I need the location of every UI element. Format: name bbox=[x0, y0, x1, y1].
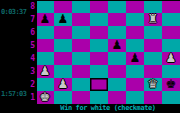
white-queen: ♛ bbox=[148, 78, 159, 91]
square-c5[interactable] bbox=[72, 39, 90, 52]
square-e8[interactable] bbox=[108, 0, 126, 13]
square-d3[interactable] bbox=[90, 65, 108, 78]
square-d1[interactable] bbox=[90, 91, 108, 104]
square-c7[interactable] bbox=[72, 13, 90, 26]
square-c1[interactable] bbox=[72, 91, 90, 104]
black-pawn: ♟ bbox=[58, 13, 69, 26]
square-h2[interactable]: ♚ bbox=[162, 78, 180, 91]
white-pawn: ♟ bbox=[166, 52, 177, 65]
square-h3[interactable] bbox=[162, 65, 180, 78]
square-f8[interactable] bbox=[126, 0, 144, 13]
rank-label-6: 6 bbox=[24, 26, 35, 39]
rank-label-column: 87654321 bbox=[24, 0, 35, 104]
square-h6[interactable] bbox=[162, 26, 180, 39]
square-b3[interactable] bbox=[54, 65, 72, 78]
square-g6[interactable] bbox=[144, 26, 162, 39]
square-a8[interactable] bbox=[36, 0, 54, 13]
black-pawn: ♟ bbox=[40, 13, 51, 26]
square-d7[interactable] bbox=[90, 13, 108, 26]
chess-app-window: 0:03:37 87654321 ♟♟♜♟♟♟♟♟♛♚♚ 1:57:03 Win… bbox=[0, 0, 180, 113]
square-d5[interactable] bbox=[90, 39, 108, 52]
square-d2[interactable] bbox=[90, 78, 108, 91]
rank-label-7: 7 bbox=[24, 13, 35, 26]
black-clock: 0:03:37 bbox=[1, 9, 26, 16]
square-c3[interactable] bbox=[72, 65, 90, 78]
chess-board: ♟♟♜♟♟♟♟♟♛♚♚ bbox=[36, 0, 180, 104]
square-e2[interactable] bbox=[108, 78, 126, 91]
square-b4[interactable] bbox=[54, 52, 72, 65]
rank-label-5: 5 bbox=[24, 39, 35, 52]
square-a3[interactable]: ♟ bbox=[36, 65, 54, 78]
square-d4[interactable] bbox=[90, 52, 108, 65]
square-b1[interactable] bbox=[54, 91, 72, 104]
black-pawn: ♟ bbox=[112, 39, 123, 52]
square-g8[interactable] bbox=[144, 0, 162, 13]
square-f7[interactable] bbox=[126, 13, 144, 26]
square-c2[interactable] bbox=[72, 78, 90, 91]
square-g4[interactable] bbox=[144, 52, 162, 65]
square-e4[interactable] bbox=[108, 52, 126, 65]
square-a2[interactable] bbox=[36, 78, 54, 91]
square-h5[interactable] bbox=[162, 39, 180, 52]
square-b5[interactable] bbox=[54, 39, 72, 52]
square-h7[interactable] bbox=[162, 13, 180, 26]
black-king: ♚ bbox=[166, 78, 177, 91]
square-e3[interactable] bbox=[108, 65, 126, 78]
square-g5[interactable] bbox=[144, 39, 162, 52]
white-pawn: ♟ bbox=[58, 78, 69, 91]
square-g3[interactable] bbox=[144, 65, 162, 78]
square-c8[interactable] bbox=[72, 0, 90, 13]
square-b2[interactable]: ♟ bbox=[54, 78, 72, 91]
status-message: Win for white (checkmate) bbox=[36, 104, 180, 113]
square-g1[interactable] bbox=[144, 91, 162, 104]
square-d8[interactable] bbox=[90, 0, 108, 13]
square-a5[interactable] bbox=[36, 39, 54, 52]
white-pawn: ♟ bbox=[40, 65, 51, 78]
white-clock: 1:57:03 bbox=[1, 91, 26, 98]
square-f2[interactable] bbox=[126, 78, 144, 91]
square-a7[interactable]: ♟ bbox=[36, 13, 54, 26]
square-c4[interactable] bbox=[72, 52, 90, 65]
square-d6[interactable] bbox=[90, 26, 108, 39]
square-b7[interactable]: ♟ bbox=[54, 13, 72, 26]
white-rook: ♜ bbox=[148, 13, 159, 26]
square-f4[interactable]: ♟ bbox=[126, 52, 144, 65]
rank-label-4: 4 bbox=[24, 52, 35, 65]
square-g7[interactable]: ♜ bbox=[144, 13, 162, 26]
square-h8[interactable] bbox=[162, 0, 180, 13]
square-c6[interactable] bbox=[72, 26, 90, 39]
square-a6[interactable] bbox=[36, 26, 54, 39]
rank-label-3: 3 bbox=[24, 65, 35, 78]
square-e6[interactable] bbox=[108, 26, 126, 39]
square-g2[interactable]: ♛ bbox=[144, 78, 162, 91]
square-e1[interactable] bbox=[108, 91, 126, 104]
square-a4[interactable] bbox=[36, 52, 54, 65]
square-b8[interactable] bbox=[54, 0, 72, 13]
square-f3[interactable] bbox=[126, 65, 144, 78]
square-b6[interactable] bbox=[54, 26, 72, 39]
white-king: ♚ bbox=[40, 91, 51, 104]
square-f5[interactable] bbox=[126, 39, 144, 52]
rank-label-8: 8 bbox=[24, 0, 35, 13]
square-f1[interactable] bbox=[126, 91, 144, 104]
square-h1[interactable] bbox=[162, 91, 180, 104]
square-e7[interactable] bbox=[108, 13, 126, 26]
square-a1[interactable]: ♚ bbox=[36, 91, 54, 104]
square-h4[interactable]: ♟ bbox=[162, 52, 180, 65]
black-pawn: ♟ bbox=[130, 52, 141, 65]
square-f6[interactable] bbox=[126, 26, 144, 39]
square-e5[interactable]: ♟ bbox=[108, 39, 126, 52]
